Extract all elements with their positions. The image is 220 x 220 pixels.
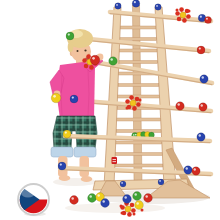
rolling-ball-blue xyxy=(184,166,192,174)
rolling-ball-red xyxy=(192,167,200,175)
spinner-petal xyxy=(82,58,87,63)
post-finial-blue xyxy=(155,4,161,10)
brand-sticker-text-line xyxy=(113,161,117,162)
held-ball-yellow xyxy=(51,93,61,103)
ladder-rung xyxy=(118,84,159,87)
spinner-petal xyxy=(86,54,91,59)
ball-highlight xyxy=(134,1,136,3)
track-end-ball-blue xyxy=(58,162,66,170)
rolling-ball-red xyxy=(176,102,185,111)
spinner-center xyxy=(180,12,186,18)
ball-highlight xyxy=(89,195,91,197)
plaid-shorts xyxy=(53,116,97,149)
track-3-shade xyxy=(83,62,212,85)
base-knob-blue xyxy=(158,179,164,185)
floor-ball-blue xyxy=(123,195,132,204)
track-end-ball-red xyxy=(197,46,205,54)
floor-ball-blue xyxy=(101,199,110,208)
ball-highlight xyxy=(65,131,67,133)
spinner-center xyxy=(125,206,131,212)
track-end-ball-red xyxy=(205,17,212,24)
ladder-rung xyxy=(120,38,157,41)
ball-highlight xyxy=(102,200,104,202)
right-foot-bare xyxy=(81,176,93,182)
ladder-rung xyxy=(116,141,162,144)
ball-highlight xyxy=(178,103,180,105)
spinner-petal xyxy=(130,203,135,208)
brand-sticker-text-line xyxy=(113,159,117,160)
floor-ball-red xyxy=(144,194,153,203)
child xyxy=(50,29,103,182)
ball-highlight xyxy=(136,202,138,204)
left-cuff xyxy=(51,147,73,157)
spinner-petal xyxy=(132,106,137,111)
ball-highlight xyxy=(68,33,70,35)
spinner-bead xyxy=(121,212,124,215)
ball-highlight xyxy=(206,18,208,20)
ball-highlight xyxy=(60,163,62,165)
ball-highlight xyxy=(202,76,204,78)
floor-ball-green xyxy=(133,192,142,201)
spinner-petal xyxy=(186,14,191,19)
spinner-petal xyxy=(84,64,89,69)
ball-highlight xyxy=(97,194,99,196)
caterpillar-eye xyxy=(135,134,136,135)
track-end-ball-green xyxy=(66,32,74,40)
ball-highlight xyxy=(186,167,188,169)
spinner-bead xyxy=(120,205,123,208)
badge-gloss xyxy=(21,189,35,198)
base-knob-blue xyxy=(120,181,126,187)
spinner-petal xyxy=(125,99,130,104)
ladder-rung xyxy=(119,61,158,64)
left-eye xyxy=(77,50,79,52)
ladder-rung xyxy=(115,153,162,156)
ball-highlight xyxy=(134,193,136,195)
spinner-center xyxy=(130,100,136,106)
spinner-petal xyxy=(89,65,94,70)
spinner-bead xyxy=(139,99,142,102)
spinner-petal xyxy=(179,7,184,12)
spinner-petal xyxy=(177,17,182,22)
ball-highlight xyxy=(111,58,113,60)
caterpillar-eye xyxy=(133,134,134,135)
product-photo[interactable] xyxy=(0,0,220,220)
post-finial-blue xyxy=(132,0,140,7)
spinner-petal xyxy=(182,18,187,23)
ball-highlight xyxy=(201,104,203,106)
ladder-rung xyxy=(119,49,157,52)
ladder-rung xyxy=(120,26,156,29)
floor-ball-red xyxy=(70,196,79,205)
ball-highlight xyxy=(199,134,201,136)
right-cuff xyxy=(74,147,96,157)
left-foot-bare xyxy=(59,175,71,181)
floor-ball-yellow xyxy=(135,201,144,210)
ball-highlight xyxy=(156,5,158,7)
ball-highlight xyxy=(116,4,118,6)
spinner-petal xyxy=(131,208,136,213)
track-end-ball-blue xyxy=(197,133,205,141)
floor-ball-green xyxy=(88,194,97,203)
ladder-rung xyxy=(115,164,163,167)
spinner-petal xyxy=(135,97,140,102)
ball-highlight xyxy=(124,196,126,198)
hair-side xyxy=(68,42,74,52)
held-ball-red xyxy=(90,55,100,65)
track-end-ball-blue xyxy=(70,95,78,103)
spinner-bead xyxy=(176,9,179,12)
balls-shadow xyxy=(65,203,165,213)
spinner-bead xyxy=(133,213,136,216)
right-leg xyxy=(80,156,90,177)
spinner-petal xyxy=(129,95,134,100)
ball-highlight xyxy=(92,57,95,60)
czech-flag-badge xyxy=(18,184,49,216)
ball-highlight xyxy=(200,16,202,18)
ball-highlight xyxy=(53,95,56,98)
spinner-bead xyxy=(188,10,191,13)
ball-highlight xyxy=(194,168,196,170)
ball-highlight xyxy=(121,182,123,184)
ball-highlight xyxy=(199,47,201,49)
track-end-ball-red xyxy=(199,103,207,111)
brand-sticker xyxy=(112,157,118,164)
ball-highlight xyxy=(71,197,73,199)
rolling-ball-green xyxy=(109,57,118,66)
post-finial-blue xyxy=(115,3,121,9)
spinner-petal xyxy=(136,102,141,107)
track-end-ball-blue xyxy=(200,75,208,83)
ladder-rung xyxy=(117,118,161,121)
track-end-ball-yellow xyxy=(63,130,71,138)
right-eye xyxy=(84,49,86,51)
ball-highlight xyxy=(159,180,161,182)
spinner-bead xyxy=(126,107,129,110)
scene-svg xyxy=(0,0,220,220)
spinner-petal xyxy=(127,212,132,217)
spinner-petal xyxy=(175,11,180,16)
ball-highlight xyxy=(72,96,74,98)
ball-highlight xyxy=(145,195,147,197)
